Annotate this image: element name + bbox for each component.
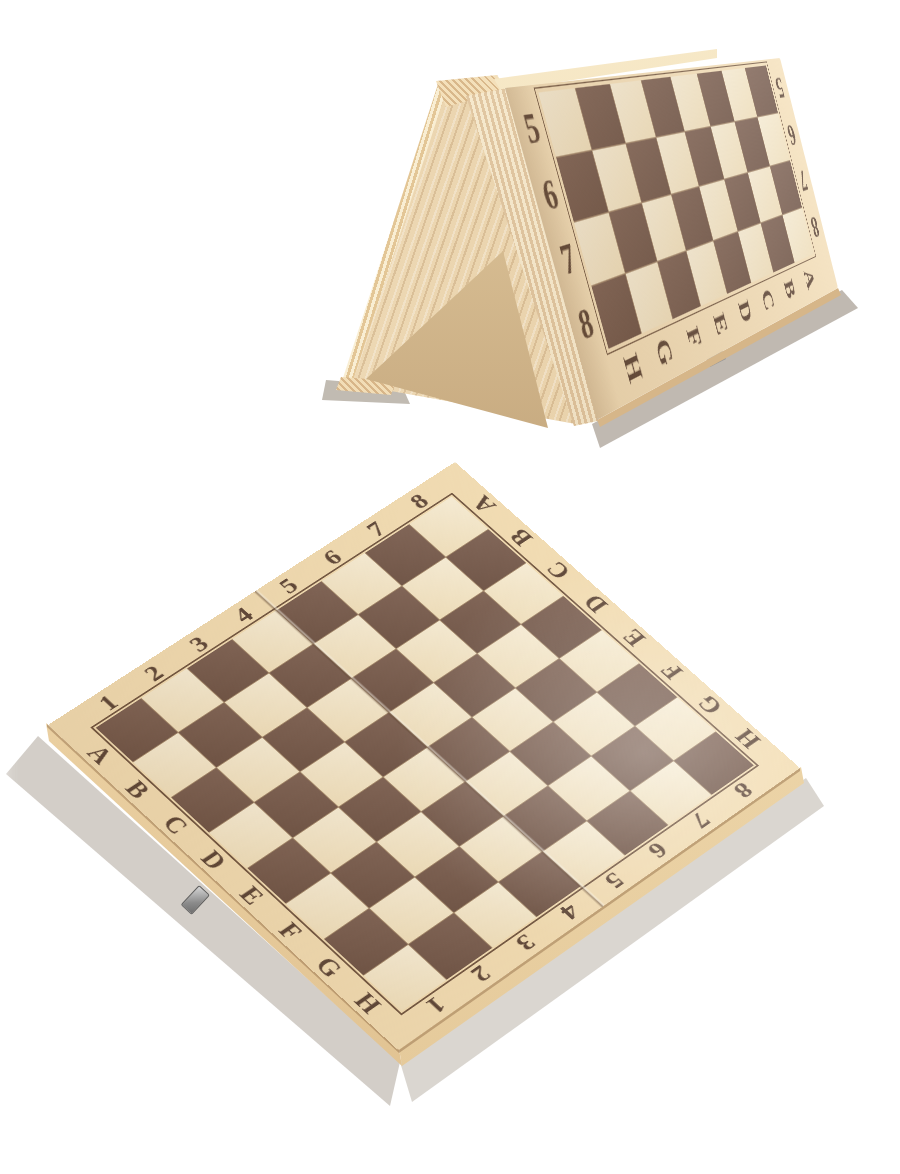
rank-label-7: 7: [362, 517, 391, 540]
file-label-e: E: [710, 310, 730, 338]
file-label-c: C: [759, 286, 777, 313]
rank-label-6: 6: [643, 838, 673, 863]
file-label-h: H: [620, 350, 646, 386]
rank-label-7: 7: [686, 808, 715, 832]
rank-label-5: 5: [274, 574, 303, 598]
file-label-f: F: [683, 324, 704, 351]
flat-board-frame-line: [90, 493, 759, 1016]
rank-label-4: 4: [555, 899, 585, 924]
file-label-f: F: [274, 918, 308, 944]
rank-label-6: 6: [318, 546, 347, 569]
file-label-a: A: [801, 267, 817, 292]
file-label-e: E: [617, 625, 650, 650]
file-label-b: B: [504, 525, 537, 550]
file-label-g: G: [652, 335, 676, 369]
rank-label-5: 5: [599, 869, 629, 894]
file-label-d: D: [735, 297, 754, 325]
file-label-b: B: [781, 277, 798, 301]
rank-label-2: 2: [139, 661, 168, 685]
rank-label-4: 4: [229, 603, 258, 627]
rank-label-2: 2: [466, 961, 496, 986]
rank-label-3: 3: [511, 930, 541, 955]
file-label-f: F: [655, 659, 687, 683]
rank-label-1: 1: [421, 993, 451, 1018]
product-photo-scene: 8765432187654321ABCDEFGHABCDEFGH 5678567…: [0, 0, 900, 1174]
open-chess-board: 8765432187654321ABCDEFGHABCDEFGH: [48, 462, 800, 1050]
rank-label-8: 8: [729, 778, 758, 802]
rank-label-3: 3: [184, 632, 213, 656]
rank-label-8: 8: [405, 489, 434, 512]
rank-label-1: 1: [93, 691, 123, 715]
